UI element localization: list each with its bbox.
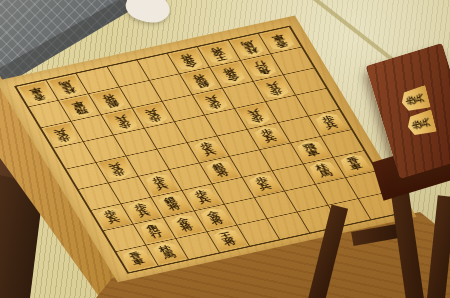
- kanji: 兵: [265, 81, 280, 90]
- kanji: 兵: [203, 148, 218, 157]
- kanji: 兵: [258, 183, 273, 192]
- kanji: 車: [71, 100, 86, 109]
- kanji: 車: [306, 149, 321, 158]
- kanji: 兵: [137, 209, 152, 218]
- kanji: 行: [149, 230, 164, 239]
- photo-scene: 香車桂馬金将王将桂馬香車飛車銀将銀将金将角行歩兵歩兵歩兵歩兵歩兵歩兵歩兵歩兵歩兵…: [0, 0, 450, 298]
- kanji: 兵: [247, 108, 262, 117]
- kanji: 将: [222, 238, 237, 247]
- kanji: 兵: [144, 107, 159, 116]
- captured-piece-歩兵[interactable]: 歩兵: [399, 85, 431, 114]
- kanji: 将: [167, 203, 182, 212]
- kanji: 行: [252, 60, 267, 69]
- kanji: 馬: [162, 251, 177, 260]
- kanji: 兵: [106, 216, 121, 225]
- kanji: 兵: [414, 93, 425, 104]
- kanji: 馬: [58, 79, 73, 88]
- kanji: 兵: [204, 94, 219, 103]
- kanji: 車: [349, 163, 364, 172]
- kanji: 兵: [420, 117, 431, 128]
- kanji: 将: [209, 46, 224, 55]
- kanji: 将: [192, 74, 207, 83]
- kanji: 将: [101, 93, 116, 102]
- kanji: 兵: [324, 122, 339, 131]
- kanji: 将: [179, 223, 194, 232]
- kanji: 車: [271, 33, 286, 42]
- kanji: 兵: [108, 162, 123, 171]
- kanji: 兵: [197, 196, 212, 205]
- kanji: 兵: [53, 127, 68, 136]
- kanji: 将: [179, 53, 194, 62]
- kanji: 馬: [318, 170, 333, 179]
- kanji: 車: [131, 257, 146, 266]
- kanji: 車: [28, 86, 43, 95]
- kanji: 将: [222, 67, 237, 76]
- kanji: 兵: [113, 114, 128, 123]
- kanji: 将: [215, 169, 230, 178]
- kanji: 兵: [263, 135, 278, 144]
- kanji: 将: [210, 217, 225, 226]
- kanji: 馬: [240, 40, 255, 49]
- kanji: 兵: [154, 182, 169, 191]
